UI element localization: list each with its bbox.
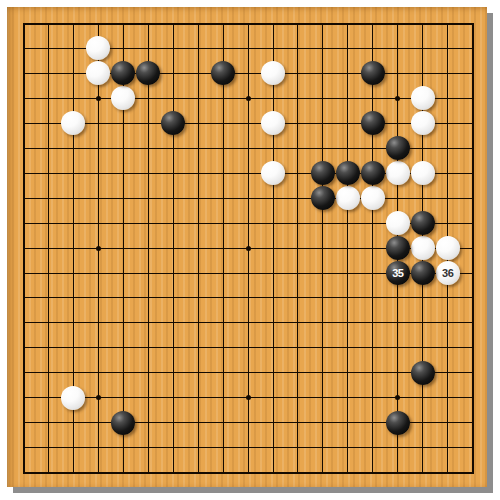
stone-white-R15[interactable] (411, 111, 435, 135)
grid-line (347, 23, 348, 474)
go-board[interactable]: 3635 (7, 7, 487, 487)
grid-line (273, 23, 274, 474)
stone-black-Q10[interactable] (386, 236, 410, 260)
stone-white-C4[interactable] (61, 386, 85, 410)
stone-black-Q3[interactable] (386, 411, 410, 435)
grid-line (23, 297, 474, 298)
grid-line (23, 447, 474, 448)
star-point (246, 395, 251, 400)
move-number-label: 35 (392, 267, 403, 279)
grid-line (372, 23, 373, 474)
stone-black-Q14[interactable] (386, 136, 410, 160)
grid-line (23, 372, 474, 373)
stone-white-L13[interactable] (261, 161, 285, 185)
stone-black-P15[interactable] (361, 111, 385, 135)
stone-black-N13[interactable] (311, 161, 335, 185)
stone-white-O12[interactable] (336, 186, 360, 210)
star-point (246, 246, 251, 251)
stone-white-P12[interactable] (361, 186, 385, 210)
stone-black-R9[interactable] (411, 261, 435, 285)
stone-black-R11[interactable] (411, 211, 435, 235)
star-point (246, 96, 251, 101)
stone-white-S10[interactable] (436, 236, 460, 260)
stone-white-Q11[interactable] (386, 211, 410, 235)
stone-white-R16[interactable] (411, 86, 435, 110)
grid-line (23, 347, 474, 348)
stone-white-S9[interactable]: 36 (436, 261, 460, 285)
stone-black-Q9[interactable]: 35 (386, 261, 410, 285)
stone-white-R10[interactable] (411, 236, 435, 260)
stone-white-R13[interactable] (411, 161, 435, 185)
stone-black-N12[interactable] (311, 186, 335, 210)
star-point (96, 246, 101, 251)
grid-line (23, 322, 474, 323)
move-number-label: 36 (442, 267, 453, 279)
stone-white-Q13[interactable] (386, 161, 410, 185)
stone-black-P13[interactable] (361, 161, 385, 185)
stone-black-E3[interactable] (111, 411, 135, 435)
page: 3635 (0, 0, 500, 500)
stone-black-R5[interactable] (411, 361, 435, 385)
grid-line (322, 23, 323, 474)
grid-line (297, 23, 298, 474)
stone-black-O13[interactable] (336, 161, 360, 185)
star-point (96, 96, 101, 101)
